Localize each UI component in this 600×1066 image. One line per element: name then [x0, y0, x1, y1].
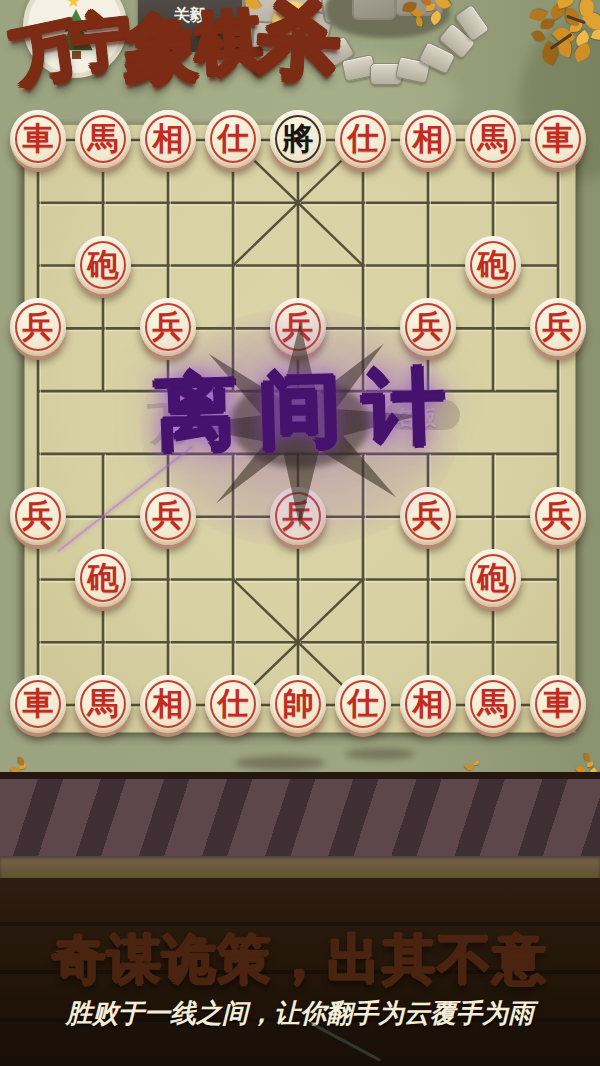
- piece-character: 仕: [205, 675, 261, 733]
- piece-character: 帥: [270, 675, 326, 733]
- piece-仕-red[interactable]: 仕: [205, 110, 261, 168]
- piece-character: 車: [10, 675, 66, 733]
- piece-車-red[interactable]: 車: [530, 675, 586, 733]
- piece-character: 兵: [10, 298, 66, 356]
- piece-相-red[interactable]: 相: [140, 675, 196, 733]
- piece-兵-red[interactable]: 兵: [270, 298, 326, 356]
- piece-character: 相: [400, 675, 456, 733]
- banner-headline: 奇谋诡策，出其不意: [0, 924, 600, 996]
- piece-相-red[interactable]: 相: [140, 110, 196, 168]
- piece-砲-red[interactable]: 砲: [75, 236, 131, 294]
- piece-兵-red[interactable]: 兵: [530, 298, 586, 356]
- piece-相-red[interactable]: 相: [400, 675, 456, 733]
- piece-character: 砲: [75, 549, 131, 607]
- piece-character: 仕: [335, 110, 391, 168]
- banner-subline: 胜败于一线之间，让你翻手为云覆手为雨: [0, 996, 600, 1031]
- piece-character: 兵: [140, 298, 196, 356]
- piece-character: 相: [140, 110, 196, 168]
- piece-帥-red[interactable]: 帥: [270, 675, 326, 733]
- piece-馬-red[interactable]: 馬: [465, 675, 521, 733]
- piece-character: 仕: [205, 110, 261, 168]
- piece-character: 砲: [75, 236, 131, 294]
- table-edge: [0, 772, 600, 878]
- piece-兵-red[interactable]: 兵: [10, 487, 66, 545]
- piece-character: 馬: [75, 675, 131, 733]
- piece-仕-red[interactable]: 仕: [335, 110, 391, 168]
- piece-兵-red[interactable]: 兵: [530, 487, 586, 545]
- piece-character: 車: [530, 675, 586, 733]
- piece-馬-red[interactable]: 馬: [75, 675, 131, 733]
- piece-車-red[interactable]: 車: [530, 110, 586, 168]
- piece-character: 砲: [465, 236, 521, 294]
- piece-仕-red[interactable]: 仕: [205, 675, 261, 733]
- piece-兵-red[interactable]: 兵: [400, 298, 456, 356]
- piece-相-red[interactable]: 相: [400, 110, 456, 168]
- piece-character: 仕: [335, 675, 391, 733]
- piece-character: 馬: [75, 110, 131, 168]
- piece-兵-red[interactable]: 兵: [400, 487, 456, 545]
- piece-兵-red[interactable]: 兵: [270, 487, 326, 545]
- piece-兵-red[interactable]: 兵: [10, 298, 66, 356]
- piece-character: 兵: [400, 487, 456, 545]
- piece-車-red[interactable]: 車: [10, 110, 66, 168]
- piece-兵-red[interactable]: 兵: [140, 487, 196, 545]
- piece-character: 兵: [270, 298, 326, 356]
- piece-character: 車: [10, 110, 66, 168]
- piece-仕-red[interactable]: 仕: [335, 675, 391, 733]
- table-front: 奇谋诡策，出其不意 胜败于一线之间，让你翻手为云覆手为雨: [0, 878, 600, 1066]
- app-screen: 关毅 ★ ? 万宁象棋杀 万 名版 車馬相仕將仕相馬車砲砲兵兵兵兵兵兵兵兵兵兵砲…: [0, 0, 600, 1066]
- piece-character: 馬: [465, 110, 521, 168]
- piece-將-black[interactable]: 將: [270, 110, 326, 168]
- piece-兵-red[interactable]: 兵: [140, 298, 196, 356]
- table-edge-band: [0, 856, 600, 878]
- piece-character: 兵: [530, 298, 586, 356]
- piece-character: 兵: [10, 487, 66, 545]
- piece-車-red[interactable]: 車: [10, 675, 66, 733]
- piece-砲-red[interactable]: 砲: [75, 549, 131, 607]
- piece-character: 車: [530, 110, 586, 168]
- piece-馬-red[interactable]: 馬: [465, 110, 521, 168]
- piece-character: 兵: [400, 298, 456, 356]
- piece-character: 相: [140, 675, 196, 733]
- piece-砲-red[interactable]: 砲: [465, 549, 521, 607]
- piece-character: 兵: [140, 487, 196, 545]
- piece-馬-red[interactable]: 馬: [75, 110, 131, 168]
- piece-character: 將: [270, 110, 326, 168]
- stratagem-title: 离间计: [0, 360, 600, 458]
- piece-character: 兵: [270, 487, 326, 545]
- piece-character: 馬: [465, 675, 521, 733]
- piece-character: 兵: [530, 487, 586, 545]
- piece-砲-red[interactable]: 砲: [465, 236, 521, 294]
- piece-character: 相: [400, 110, 456, 168]
- piece-character: 砲: [465, 549, 521, 607]
